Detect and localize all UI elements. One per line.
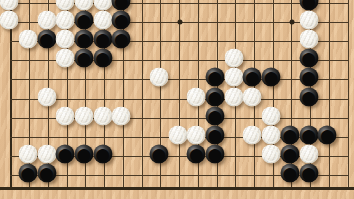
black-stone[interactable]: ● [243,68,262,87]
white-stone[interactable]: ○ [299,145,318,164]
black-stone[interactable]: ● [18,164,37,183]
black-stone[interactable]: ● [206,87,225,106]
white-stone[interactable]: ○ [37,10,56,29]
white-stone[interactable]: ○ [149,68,168,87]
go-app-screenshot: ○○○○●●○○○●○●○○●○●●●○○●●○●○●○●●●○○●○○●○○○… [0,0,354,199]
black-stone[interactable]: ● [299,49,318,68]
white-stone[interactable]: ○ [262,125,281,144]
grid-line [10,99,348,100]
black-stone[interactable]: ● [74,145,93,164]
black-stone[interactable]: ● [262,68,281,87]
black-stone[interactable]: ● [112,10,131,29]
white-stone[interactable]: ○ [56,10,75,29]
white-stone[interactable]: ○ [18,30,37,49]
black-stone[interactable]: ● [299,68,318,87]
black-stone[interactable]: ● [74,49,93,68]
white-stone[interactable]: ○ [224,68,243,87]
board-edge-line [0,187,354,190]
black-stone[interactable]: ● [93,30,112,49]
grid-line [329,0,330,187]
black-stone[interactable]: ● [149,145,168,164]
grid-line [142,0,143,187]
black-stone[interactable]: ● [206,68,225,87]
white-stone[interactable]: ○ [56,49,75,68]
grid-line [348,0,349,187]
white-stone[interactable]: ○ [262,145,281,164]
grid-line [179,0,180,187]
white-stone[interactable]: ○ [0,10,19,29]
black-stone[interactable]: ● [74,10,93,29]
black-stone[interactable]: ● [318,125,337,144]
black-stone[interactable]: ● [206,125,225,144]
black-stone[interactable]: ● [299,164,318,183]
white-stone[interactable]: ○ [224,87,243,106]
black-stone[interactable]: ● [280,164,299,183]
white-stone[interactable]: ○ [37,145,56,164]
star-point [177,20,182,25]
black-stone[interactable]: ● [206,145,225,164]
black-stone[interactable]: ● [56,145,75,164]
white-stone[interactable]: ○ [74,106,93,125]
black-stone[interactable]: ● [299,125,318,144]
grid-line [10,79,348,80]
white-stone[interactable]: ○ [299,30,318,49]
star-point [289,20,294,25]
white-stone[interactable]: ○ [243,125,262,144]
white-stone[interactable]: ○ [112,106,131,125]
black-stone[interactable]: ● [112,30,131,49]
black-stone[interactable]: ● [93,145,112,164]
white-stone[interactable]: ○ [224,49,243,68]
white-stone[interactable]: ○ [93,10,112,29]
white-stone[interactable]: ○ [168,125,187,144]
black-stone[interactable]: ● [280,125,299,144]
black-stone[interactable]: ● [37,164,56,183]
white-stone[interactable]: ○ [187,87,206,106]
white-stone[interactable]: ○ [243,87,262,106]
white-stone[interactable]: ○ [93,106,112,125]
go-board[interactable]: ○○○○●●○○○●○●○○●○●●●○○●●○●○●○●●●○○●○○●○○○… [0,0,354,199]
black-stone[interactable]: ● [280,145,299,164]
white-stone[interactable]: ○ [187,125,206,144]
white-stone[interactable]: ○ [299,10,318,29]
black-stone[interactable]: ● [206,106,225,125]
black-stone[interactable]: ● [74,30,93,49]
black-stone[interactable]: ● [299,87,318,106]
white-stone[interactable]: ○ [18,145,37,164]
white-stone[interactable]: ○ [37,87,56,106]
white-stone[interactable]: ○ [262,106,281,125]
black-stone[interactable]: ● [93,49,112,68]
white-stone[interactable]: ○ [56,30,75,49]
white-stone[interactable]: ○ [56,106,75,125]
black-stone[interactable]: ● [37,30,56,49]
black-stone[interactable]: ● [187,145,206,164]
